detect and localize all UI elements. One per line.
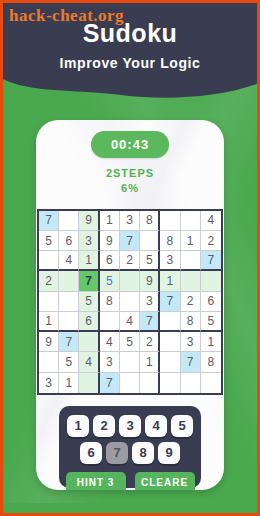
sudoku-cell-r4c2[interactable] (59, 271, 79, 291)
sudoku-cell-r4c5[interactable] (120, 271, 140, 291)
sudoku-cell-r5c3[interactable]: 5 (79, 292, 99, 312)
sudoku-cell-r1c4[interactable]: 1 (100, 211, 120, 231)
sudoku-cell-r7c9[interactable]: 1 (201, 332, 221, 352)
sudoku-cell-r3c2[interactable]: 4 (59, 251, 79, 271)
sudoku-cell-r1c7[interactable] (160, 211, 180, 231)
sudoku-cell-r7c1[interactable]: 9 (39, 332, 59, 352)
sudoku-cell-r2c2[interactable]: 6 (59, 231, 79, 251)
sudoku-cell-r7c2[interactable]: 7 (59, 332, 79, 352)
keypad-row-1: 12345 (59, 415, 201, 437)
steps-label: 2STEPS (36, 166, 224, 181)
sudoku-cell-r8c3[interactable]: 4 (79, 352, 99, 372)
keypad-row-2: 6789 (59, 442, 201, 464)
sudoku-cell-r1c5[interactable]: 3 (120, 211, 140, 231)
keypad-actions: HINT 3 CLEARE (59, 472, 201, 490)
sudoku-cell-r5c4[interactable]: 8 (100, 292, 120, 312)
sudoku-cell-r3c1[interactable] (39, 251, 59, 271)
sudoku-cell-r6c9[interactable]: 5 (201, 312, 221, 332)
sudoku-cell-r2c5[interactable]: 7 (120, 231, 140, 251)
sudoku-cell-r2c8[interactable]: 1 (181, 231, 201, 251)
sudoku-cell-r2c1[interactable]: 5 (39, 231, 59, 251)
keypad-key-1[interactable]: 1 (67, 415, 89, 437)
keypad-key-2[interactable]: 2 (93, 415, 115, 437)
sudoku-cell-r9c3[interactable] (79, 373, 99, 393)
sudoku-cell-r7c7[interactable] (160, 332, 180, 352)
sudoku-cell-r6c3[interactable]: 6 (79, 312, 99, 332)
sudoku-cell-r8c4[interactable]: 3 (100, 352, 120, 372)
hint-button[interactable]: HINT 3 (66, 472, 126, 490)
sudoku-cell-r6c2[interactable] (59, 312, 79, 332)
sudoku-cell-r4c1[interactable]: 2 (39, 271, 59, 291)
sudoku-cell-r6c8[interactable]: 8 (181, 312, 201, 332)
clear-button[interactable]: CLEARE (135, 472, 195, 490)
keypad-key-4[interactable]: 4 (145, 415, 167, 437)
sudoku-cell-r3c3[interactable]: 1 (79, 251, 99, 271)
sudoku-cell-r9c5[interactable] (120, 373, 140, 393)
sudoku-cell-r7c4[interactable]: 4 (100, 332, 120, 352)
sudoku-cell-r1c1[interactable]: 7 (39, 211, 59, 231)
sudoku-cell-r4c8[interactable] (181, 271, 201, 291)
sudoku-cell-r9c2[interactable]: 1 (59, 373, 79, 393)
sudoku-board: 7913845639781241625372759158372616478597… (37, 209, 223, 395)
header: hack-cheat.org Sudoku Improve Your Logic (3, 3, 257, 75)
sudoku-cell-r6c4[interactable] (100, 312, 120, 332)
sudoku-cell-r1c3[interactable]: 9 (79, 211, 99, 231)
sudoku-cell-r4c4[interactable]: 5 (100, 271, 120, 291)
sudoku-cell-r3c7[interactable]: 3 (160, 251, 180, 271)
page-subtitle: Improve Your Logic (3, 55, 257, 71)
sudoku-cell-r3c9[interactable]: 7 (201, 251, 221, 271)
sudoku-cell-r7c5[interactable]: 5 (120, 332, 140, 352)
header-wave (3, 75, 257, 101)
sudoku-cell-r9c1[interactable]: 3 (39, 373, 59, 393)
sudoku-cell-r8c6[interactable]: 1 (140, 352, 160, 372)
sudoku-cell-r3c4[interactable]: 6 (100, 251, 120, 271)
sudoku-cell-r1c8[interactable] (181, 211, 201, 231)
sudoku-cell-r5c1[interactable] (39, 292, 59, 312)
keypad-key-6[interactable]: 6 (80, 442, 102, 464)
sudoku-cell-r1c9[interactable]: 4 (201, 211, 221, 231)
steps-counter: 2STEPS 6% (36, 166, 224, 197)
sudoku-cell-r3c6[interactable]: 5 (140, 251, 160, 271)
sudoku-cell-r5c2[interactable] (59, 292, 79, 312)
sudoku-cell-r2c3[interactable]: 3 (79, 231, 99, 251)
sudoku-cell-r5c7[interactable]: 7 (160, 292, 180, 312)
sudoku-cell-r9c7[interactable] (160, 373, 180, 393)
sudoku-cell-r8c1[interactable] (39, 352, 59, 372)
number-keypad: 12345 6789 HINT 3 CLEARE (59, 406, 201, 488)
app: { "game": "sudoku", "position": "7.9138.… (0, 0, 260, 516)
sudoku-cell-r3c8[interactable] (181, 251, 201, 271)
sudoku-cell-r5c6[interactable]: 3 (140, 292, 160, 312)
sudoku-cell-r9c9[interactable] (201, 373, 221, 393)
sudoku-cell-r4c6[interactable]: 9 (140, 271, 160, 291)
keypad-key-7[interactable]: 7 (106, 442, 128, 464)
sudoku-cell-r5c5[interactable] (120, 292, 140, 312)
watermark: hack-cheat.org (9, 6, 124, 26)
sudoku-cell-r8c9[interactable]: 8 (201, 352, 221, 372)
sudoku-cell-r3c5[interactable]: 2 (120, 251, 140, 271)
keypad-key-3[interactable]: 3 (119, 415, 141, 437)
sudoku-cell-r4c7[interactable]: 1 (160, 271, 180, 291)
sudoku-cell-r8c7[interactable] (160, 352, 180, 372)
sudoku-cell-r2c6[interactable] (140, 231, 160, 251)
sudoku-cell-r6c7[interactable] (160, 312, 180, 332)
sudoku-cell-r6c5[interactable]: 4 (120, 312, 140, 332)
sudoku-cell-r1c6[interactable]: 8 (140, 211, 160, 231)
timer-badge: 00:43 (91, 131, 169, 158)
keypad-key-8[interactable]: 8 (132, 442, 154, 464)
game-card: 00:43 2STEPS 6% 791384563978124162537275… (36, 120, 224, 490)
sudoku-cell-r2c4[interactable]: 9 (100, 231, 120, 251)
keypad-key-9[interactable]: 9 (158, 442, 180, 464)
sudoku-cell-r5c8[interactable]: 2 (181, 292, 201, 312)
sudoku-cell-r8c2[interactable]: 5 (59, 352, 79, 372)
sudoku-cell-r6c6[interactable]: 7 (140, 312, 160, 332)
sudoku-cell-r9c8[interactable] (181, 373, 201, 393)
sudoku-cell-r1c2[interactable] (59, 211, 79, 231)
sudoku-cell-r9c4[interactable]: 7 (100, 373, 120, 393)
sudoku-cell-r2c9[interactable]: 2 (201, 231, 221, 251)
sudoku-cell-r8c5[interactable] (120, 352, 140, 372)
sudoku-cell-r7c8[interactable]: 3 (181, 332, 201, 352)
sudoku-cell-r7c6[interactable]: 2 (140, 332, 160, 352)
progress-label: 6% (36, 181, 224, 196)
sudoku-cell-r9c6[interactable] (140, 373, 160, 393)
sudoku-cell-r7c3[interactable] (79, 332, 99, 352)
sudoku-cell-r5c9[interactable]: 6 (201, 292, 221, 312)
sudoku-cell-r4c3[interactable]: 7 (79, 271, 99, 291)
keypad-key-5[interactable]: 5 (171, 415, 193, 437)
sudoku-cell-r6c1[interactable]: 1 (39, 312, 59, 332)
sudoku-cell-r2c7[interactable]: 8 (160, 231, 180, 251)
sudoku-cell-r8c8[interactable]: 7 (181, 352, 201, 372)
sudoku-cell-r4c9[interactable] (201, 271, 221, 291)
